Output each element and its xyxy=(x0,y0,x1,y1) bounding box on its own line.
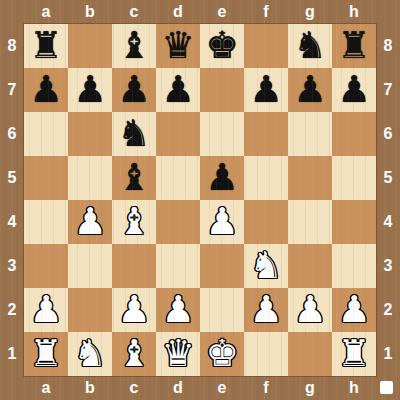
square-a4[interactable] xyxy=(24,200,68,244)
square-h7[interactable]: ♟ xyxy=(332,68,376,112)
square-b8[interactable] xyxy=(68,24,112,68)
square-e6[interactable] xyxy=(200,112,244,156)
piece-black-queen[interactable]: ♛ xyxy=(156,24,200,68)
piece-black-pawn[interactable]: ♟ xyxy=(332,68,376,112)
piece-white-knight[interactable]: ♞ xyxy=(244,244,288,288)
square-a7[interactable]: ♟ xyxy=(24,68,68,112)
piece-black-pawn[interactable]: ♟ xyxy=(156,68,200,112)
square-d6[interactable] xyxy=(156,112,200,156)
square-d8[interactable]: ♛ xyxy=(156,24,200,68)
square-h8[interactable]: ♜ xyxy=(332,24,376,68)
rank-label-4: 4 xyxy=(0,200,24,244)
piece-black-pawn[interactable]: ♟ xyxy=(112,68,156,112)
piece-black-knight[interactable]: ♞ xyxy=(112,112,156,156)
square-d5[interactable] xyxy=(156,156,200,200)
rank-label-1: 1 xyxy=(0,332,24,376)
piece-white-rook[interactable]: ♜ xyxy=(24,332,68,376)
square-g4[interactable] xyxy=(288,200,332,244)
piece-white-pawn[interactable]: ♟ xyxy=(332,288,376,332)
square-g7[interactable]: ♟ xyxy=(288,68,332,112)
square-g6[interactable] xyxy=(288,112,332,156)
rank-label-2: 2 xyxy=(0,288,24,332)
file-label-c: c xyxy=(112,0,156,24)
piece-black-rook[interactable]: ♜ xyxy=(332,24,376,68)
rank-label-3: 3 xyxy=(376,244,400,288)
square-g2[interactable]: ♟ xyxy=(288,288,332,332)
square-d3[interactable] xyxy=(156,244,200,288)
square-b6[interactable] xyxy=(68,112,112,156)
piece-black-rook[interactable]: ♜ xyxy=(24,24,68,68)
square-g3[interactable] xyxy=(288,244,332,288)
rank-label-7: 7 xyxy=(376,68,400,112)
square-c6[interactable]: ♞ xyxy=(112,112,156,156)
square-a1[interactable]: ♜ xyxy=(24,332,68,376)
rank-label-5: 5 xyxy=(376,156,400,200)
piece-black-bishop[interactable]: ♝ xyxy=(112,24,156,68)
square-a2[interactable]: ♟ xyxy=(24,288,68,332)
rank-label-1: 1 xyxy=(376,332,400,376)
file-label-c: c xyxy=(112,376,156,400)
square-e3[interactable] xyxy=(200,244,244,288)
rank-label-8: 8 xyxy=(0,24,24,68)
piece-white-rook[interactable]: ♜ xyxy=(332,332,376,376)
rank-label-6: 6 xyxy=(376,112,400,156)
square-c8[interactable]: ♝ xyxy=(112,24,156,68)
square-c4[interactable]: ♝ xyxy=(112,200,156,244)
square-h4[interactable] xyxy=(332,200,376,244)
file-label-f: f xyxy=(244,0,288,24)
file-label-e: e xyxy=(200,0,244,24)
square-b3[interactable] xyxy=(68,244,112,288)
square-e1[interactable]: ♚ xyxy=(200,332,244,376)
square-h2[interactable]: ♟ xyxy=(332,288,376,332)
square-f4[interactable] xyxy=(244,200,288,244)
rank-label-5: 5 xyxy=(0,156,24,200)
piece-white-bishop[interactable]: ♝ xyxy=(112,200,156,244)
piece-white-pawn[interactable]: ♟ xyxy=(288,288,332,332)
square-c5[interactable]: ♝ xyxy=(112,156,156,200)
square-b4[interactable]: ♟ xyxy=(68,200,112,244)
square-h5[interactable] xyxy=(332,156,376,200)
file-label-g: g xyxy=(288,0,332,24)
piece-white-king[interactable]: ♚ xyxy=(200,332,244,376)
square-b1[interactable]: ♞ xyxy=(68,332,112,376)
piece-white-bishop[interactable]: ♝ xyxy=(112,332,156,376)
square-a3[interactable] xyxy=(24,244,68,288)
square-b2[interactable] xyxy=(68,288,112,332)
piece-white-pawn[interactable]: ♟ xyxy=(112,288,156,332)
square-h3[interactable] xyxy=(332,244,376,288)
square-c2[interactable]: ♟ xyxy=(112,288,156,332)
piece-black-pawn[interactable]: ♟ xyxy=(200,156,244,200)
file-label-e: e xyxy=(200,376,244,400)
file-labels-top: abcdefgh xyxy=(24,0,376,24)
square-f3[interactable]: ♞ xyxy=(244,244,288,288)
file-labels-bottom: abcdefgh xyxy=(24,376,376,400)
square-e4[interactable]: ♟ xyxy=(200,200,244,244)
square-g8[interactable]: ♞ xyxy=(288,24,332,68)
piece-white-pawn[interactable]: ♟ xyxy=(68,200,112,244)
square-f1[interactable] xyxy=(244,332,288,376)
square-f6[interactable] xyxy=(244,112,288,156)
rank-label-2: 2 xyxy=(376,288,400,332)
square-d1[interactable]: ♛ xyxy=(156,332,200,376)
square-a6[interactable] xyxy=(24,112,68,156)
rank-labels-right: 87654321 xyxy=(376,24,400,376)
rank-labels-left: 87654321 xyxy=(0,24,24,376)
file-label-g: g xyxy=(288,376,332,400)
file-label-a: a xyxy=(24,376,68,400)
piece-white-queen[interactable]: ♛ xyxy=(156,332,200,376)
white-to-move-indicator xyxy=(380,381,393,394)
piece-black-king[interactable]: ♚ xyxy=(200,24,244,68)
square-f5[interactable] xyxy=(244,156,288,200)
file-label-h: h xyxy=(332,376,376,400)
piece-black-pawn[interactable]: ♟ xyxy=(288,68,332,112)
square-a5[interactable] xyxy=(24,156,68,200)
square-h1[interactable]: ♜ xyxy=(332,332,376,376)
square-f7[interactable]: ♟ xyxy=(244,68,288,112)
square-e7[interactable] xyxy=(200,68,244,112)
piece-black-pawn[interactable]: ♟ xyxy=(244,68,288,112)
square-f8[interactable] xyxy=(244,24,288,68)
square-e8[interactable]: ♚ xyxy=(200,24,244,68)
file-label-b: b xyxy=(68,376,112,400)
file-label-b: b xyxy=(68,0,112,24)
board-squares: ♜♝♛♚♞♜♟♟♟♟♟♟♟♞♝♟♟♝♟♞♟♟♟♟♟♟♜♞♝♛♚♜ xyxy=(24,24,376,376)
piece-black-bishop[interactable]: ♝ xyxy=(112,156,156,200)
square-g1[interactable] xyxy=(288,332,332,376)
piece-black-pawn[interactable]: ♟ xyxy=(24,68,68,112)
file-label-f: f xyxy=(244,376,288,400)
square-g5[interactable] xyxy=(288,156,332,200)
square-b7[interactable]: ♟ xyxy=(68,68,112,112)
square-c1[interactable]: ♝ xyxy=(112,332,156,376)
square-d4[interactable] xyxy=(156,200,200,244)
rank-label-7: 7 xyxy=(0,68,24,112)
piece-white-pawn[interactable]: ♟ xyxy=(200,200,244,244)
file-label-d: d xyxy=(156,0,200,24)
square-d2[interactable]: ♟ xyxy=(156,288,200,332)
piece-white-pawn[interactable]: ♟ xyxy=(244,288,288,332)
file-label-a: a xyxy=(24,0,68,24)
piece-black-pawn[interactable]: ♟ xyxy=(68,68,112,112)
piece-white-pawn[interactable]: ♟ xyxy=(24,288,68,332)
file-label-h: h xyxy=(332,0,376,24)
square-c7[interactable]: ♟ xyxy=(112,68,156,112)
rank-label-6: 6 xyxy=(0,112,24,156)
square-a8[interactable]: ♜ xyxy=(24,24,68,68)
square-b5[interactable] xyxy=(68,156,112,200)
piece-white-knight[interactable]: ♞ xyxy=(68,332,112,376)
square-e2[interactable] xyxy=(200,288,244,332)
piece-black-knight[interactable]: ♞ xyxy=(288,24,332,68)
square-e5[interactable]: ♟ xyxy=(200,156,244,200)
square-f2[interactable]: ♟ xyxy=(244,288,288,332)
rank-label-3: 3 xyxy=(0,244,24,288)
square-h6[interactable] xyxy=(332,112,376,156)
rank-label-4: 4 xyxy=(376,200,400,244)
square-c3[interactable] xyxy=(112,244,156,288)
piece-white-pawn[interactable]: ♟ xyxy=(156,288,200,332)
square-d7[interactable]: ♟ xyxy=(156,68,200,112)
file-label-d: d xyxy=(156,376,200,400)
rank-label-8: 8 xyxy=(376,24,400,68)
chess-board: abcdefgh abcdefgh 87654321 87654321 ♜♝♛♚… xyxy=(0,0,400,400)
